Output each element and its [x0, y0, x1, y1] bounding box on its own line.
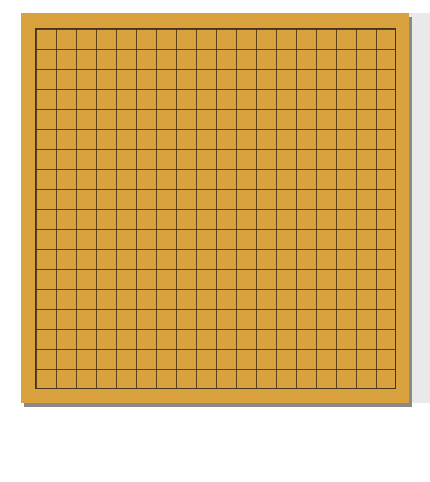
bottom-column-labels [21, 403, 430, 416]
board-area [0, 13, 430, 403]
top-column-labels [21, 0, 430, 13]
goban [21, 13, 409, 403]
board-grid [25, 18, 405, 398]
later-moves-caption [0, 416, 430, 423]
right-row-labels [409, 13, 430, 403]
left-row-labels [0, 13, 21, 403]
